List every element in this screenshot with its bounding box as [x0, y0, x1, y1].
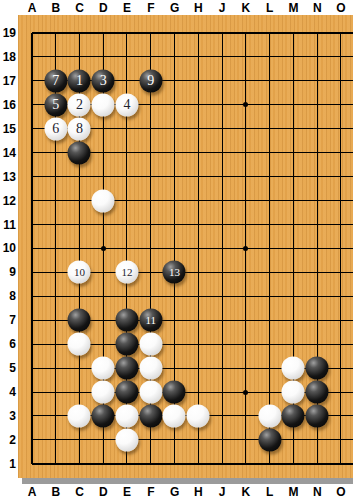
intersection-O8: [329, 284, 353, 308]
intersection-M2: [281, 428, 305, 452]
intersection-D9: [91, 260, 115, 284]
intersection-H14: [186, 141, 210, 165]
column-label-top-O: O: [336, 1, 345, 15]
intersection-J2: [210, 428, 234, 452]
intersection-K2: [234, 428, 258, 452]
intersection-H7: [186, 308, 210, 332]
intersection-B5: [44, 356, 68, 380]
black-stone-D3: [92, 404, 115, 427]
intersection-D2: [91, 428, 115, 452]
intersection-M17: [281, 69, 305, 93]
white-stone-E16: 4: [115, 93, 138, 116]
star-point-K16: [243, 102, 248, 107]
intersection-H13: [186, 165, 210, 189]
intersection-J8: [210, 284, 234, 308]
row-label-18: 18: [0, 50, 16, 64]
black-stone-G4: [163, 381, 186, 404]
row-label-14: 14: [0, 146, 16, 160]
intersection-L15: [258, 117, 282, 141]
intersection-J4: [210, 380, 234, 404]
intersection-C17: 1: [68, 69, 92, 93]
intersection-N3: [305, 404, 329, 428]
intersection-C12: [68, 189, 92, 213]
intersection-D7: [91, 308, 115, 332]
row-label-7: 7: [0, 313, 16, 327]
white-stone-E2: [115, 428, 138, 451]
intersection-F14: [139, 141, 163, 165]
intersection-F13: [139, 165, 163, 189]
column-label-bottom-E: E: [123, 485, 131, 499]
intersection-L16: [258, 93, 282, 117]
black-stone-C7: [68, 309, 91, 332]
intersection-J12: [210, 189, 234, 213]
intersection-L1: [258, 452, 282, 476]
intersection-B15: 6: [44, 117, 68, 141]
row-label-5: 5: [0, 361, 16, 375]
intersection-H5: [186, 356, 210, 380]
intersection-C18: [68, 45, 92, 69]
intersection-N16: [305, 93, 329, 117]
intersection-D10: [91, 236, 115, 260]
intersection-D3: [91, 404, 115, 428]
intersection-J16: [210, 93, 234, 117]
column-label-top-L: L: [266, 1, 273, 15]
intersection-E18: [115, 45, 139, 69]
intersection-H1: [186, 452, 210, 476]
column-label-bottom-L: L: [266, 485, 273, 499]
intersection-L13: [258, 165, 282, 189]
intersection-C16: 2: [68, 93, 92, 117]
intersection-J15: [210, 117, 234, 141]
black-stone-E4: [115, 381, 138, 404]
intersection-O10: [329, 236, 353, 260]
row-label-17: 17: [0, 74, 16, 88]
column-label-top-N: N: [313, 1, 322, 15]
intersection-G10: [163, 236, 187, 260]
intersection-N14: [305, 141, 329, 165]
board-drop-shadow: [22, 478, 353, 484]
black-stone-F7: 11: [139, 309, 162, 332]
intersection-O9: [329, 260, 353, 284]
intersection-M10: [281, 236, 305, 260]
row-label-1: 1: [0, 457, 16, 471]
column-label-top-B: B: [51, 1, 60, 15]
intersection-E5: [115, 356, 139, 380]
column-label-top-A: A: [28, 1, 37, 15]
intersection-A2: [20, 428, 44, 452]
intersection-K16: [234, 93, 258, 117]
intersection-A10: [20, 236, 44, 260]
intersection-A17: [20, 69, 44, 93]
black-stone-C17: 1: [68, 69, 91, 92]
intersection-M19: [281, 21, 305, 45]
intersection-B7: [44, 308, 68, 332]
black-stone-L2: [258, 428, 281, 451]
intersection-E2: [115, 428, 139, 452]
intersection-F4: [139, 380, 163, 404]
intersection-H17: [186, 69, 210, 93]
intersection-J19: [210, 21, 234, 45]
board-grid: 71395246810121311: [20, 21, 353, 476]
intersection-G2: [163, 428, 187, 452]
column-label-bottom-B: B: [51, 485, 60, 499]
intersection-K10: [234, 236, 258, 260]
intersection-L7: [258, 308, 282, 332]
intersection-A18: [20, 45, 44, 69]
intersection-J9: [210, 260, 234, 284]
intersection-H2: [186, 428, 210, 452]
intersection-L6: [258, 332, 282, 356]
intersection-E12: [115, 189, 139, 213]
intersection-K13: [234, 165, 258, 189]
intersection-E14: [115, 141, 139, 165]
intersection-D8: [91, 284, 115, 308]
intersection-C5: [68, 356, 92, 380]
intersection-E15: [115, 117, 139, 141]
intersection-G18: [163, 45, 187, 69]
intersection-H19: [186, 21, 210, 45]
column-label-top-M: M: [288, 1, 298, 15]
column-label-bottom-C: C: [75, 485, 84, 499]
intersection-H12: [186, 189, 210, 213]
intersection-J1: [210, 452, 234, 476]
row-label-12: 12: [0, 194, 16, 208]
intersection-K12: [234, 189, 258, 213]
intersection-G8: [163, 284, 187, 308]
black-stone-F17: 9: [139, 69, 162, 92]
intersection-F5: [139, 356, 163, 380]
star-point-D10: [101, 246, 106, 251]
intersection-A6: [20, 332, 44, 356]
intersection-C15: 8: [68, 117, 92, 141]
intersection-F7: 11: [139, 308, 163, 332]
star-point-K4: [243, 390, 248, 395]
black-stone-D17: 3: [92, 69, 115, 92]
black-stone-B16: 5: [44, 93, 67, 116]
intersection-M11: [281, 213, 305, 237]
intersection-C11: [68, 213, 92, 237]
intersection-L17: [258, 69, 282, 93]
intersection-L12: [258, 189, 282, 213]
intersection-C2: [68, 428, 92, 452]
intersection-K6: [234, 332, 258, 356]
intersection-C4: [68, 380, 92, 404]
row-label-11: 11: [0, 218, 16, 232]
intersection-F2: [139, 428, 163, 452]
intersection-L3: [258, 404, 282, 428]
intersection-M14: [281, 141, 305, 165]
intersection-B10: [44, 236, 68, 260]
intersection-A16: [20, 93, 44, 117]
intersection-M15: [281, 117, 305, 141]
black-stone-E6: [115, 333, 138, 356]
intersection-L19: [258, 21, 282, 45]
intersection-F1: [139, 452, 163, 476]
white-stone-C16: 2: [68, 93, 91, 116]
black-stone-M3: [282, 404, 305, 427]
intersection-N13: [305, 165, 329, 189]
white-stone-F4: [139, 381, 162, 404]
intersection-H8: [186, 284, 210, 308]
intersection-L11: [258, 213, 282, 237]
intersection-L10: [258, 236, 282, 260]
intersection-B6: [44, 332, 68, 356]
column-label-bottom-H: H: [194, 485, 203, 499]
intersection-F15: [139, 117, 163, 141]
intersection-B19: [44, 21, 68, 45]
go-board: 71395246810121311: [18, 15, 353, 478]
intersection-J11: [210, 213, 234, 237]
intersection-F16: [139, 93, 163, 117]
intersection-N12: [305, 189, 329, 213]
intersection-F12: [139, 189, 163, 213]
intersection-K15: [234, 117, 258, 141]
intersection-F9: [139, 260, 163, 284]
white-stone-C9: 10: [68, 261, 91, 284]
row-label-2: 2: [0, 433, 16, 447]
intersection-L4: [258, 380, 282, 404]
intersection-D6: [91, 332, 115, 356]
intersection-K9: [234, 260, 258, 284]
white-stone-D4: [92, 381, 115, 404]
row-label-3: 3: [0, 409, 16, 423]
intersection-N7: [305, 308, 329, 332]
intersection-D19: [91, 21, 115, 45]
intersection-O12: [329, 189, 353, 213]
intersection-N19: [305, 21, 329, 45]
intersection-B8: [44, 284, 68, 308]
black-stone-F3: [139, 404, 162, 427]
intersection-M5: [281, 356, 305, 380]
black-stone-C14: [68, 141, 91, 164]
intersection-B12: [44, 189, 68, 213]
intersection-D18: [91, 45, 115, 69]
row-label-19: 19: [0, 26, 16, 40]
intersection-E9: 12: [115, 260, 139, 284]
white-stone-D12: [92, 189, 115, 212]
intersection-N15: [305, 117, 329, 141]
intersection-C8: [68, 284, 92, 308]
intersection-B2: [44, 428, 68, 452]
intersection-L8: [258, 284, 282, 308]
white-stone-E9: 12: [115, 261, 138, 284]
intersection-A11: [20, 213, 44, 237]
intersection-G16: [163, 93, 187, 117]
column-label-bottom-A: A: [28, 485, 37, 499]
intersection-D12: [91, 189, 115, 213]
white-stone-F5: [139, 357, 162, 380]
intersection-H3: [186, 404, 210, 428]
intersection-N2: [305, 428, 329, 452]
intersection-O11: [329, 213, 353, 237]
intersection-E6: [115, 332, 139, 356]
column-label-top-C: C: [75, 1, 84, 15]
intersection-E13: [115, 165, 139, 189]
intersection-D17: 3: [91, 69, 115, 93]
intersection-K7: [234, 308, 258, 332]
intersection-F17: 9: [139, 69, 163, 93]
intersection-B1: [44, 452, 68, 476]
intersection-B3: [44, 404, 68, 428]
black-stone-E7: [115, 309, 138, 332]
intersection-N10: [305, 236, 329, 260]
intersection-M1: [281, 452, 305, 476]
intersection-M4: [281, 380, 305, 404]
column-label-top-D: D: [99, 1, 108, 15]
intersection-F3: [139, 404, 163, 428]
intersection-D15: [91, 117, 115, 141]
white-stone-B15: 6: [44, 117, 67, 140]
intersection-A13: [20, 165, 44, 189]
intersection-C1: [68, 452, 92, 476]
row-label-16: 16: [0, 98, 16, 112]
intersection-E10: [115, 236, 139, 260]
intersection-H16: [186, 93, 210, 117]
intersection-O1: [329, 452, 353, 476]
intersection-J18: [210, 45, 234, 69]
intersection-H18: [186, 45, 210, 69]
intersection-O17: [329, 69, 353, 93]
intersection-G19: [163, 21, 187, 45]
intersection-J3: [210, 404, 234, 428]
intersection-C13: [68, 165, 92, 189]
intersection-K18: [234, 45, 258, 69]
black-stone-B17: 7: [44, 69, 67, 92]
intersection-D13: [91, 165, 115, 189]
intersection-L9: [258, 260, 282, 284]
white-stone-M4: [282, 381, 305, 404]
intersection-L14: [258, 141, 282, 165]
white-stone-D5: [92, 357, 115, 380]
intersection-O13: [329, 165, 353, 189]
column-label-top-J: J: [219, 1, 226, 15]
intersection-G14: [163, 141, 187, 165]
intersection-M8: [281, 284, 305, 308]
intersection-M18: [281, 45, 305, 69]
white-stone-H3: [187, 404, 210, 427]
intersection-F18: [139, 45, 163, 69]
intersection-C6: [68, 332, 92, 356]
intersection-A19: [20, 21, 44, 45]
intersection-N11: [305, 213, 329, 237]
intersection-O4: [329, 380, 353, 404]
column-label-bottom-N: N: [313, 485, 322, 499]
intersection-D4: [91, 380, 115, 404]
intersection-F8: [139, 284, 163, 308]
white-stone-C6: [68, 333, 91, 356]
intersection-L2: [258, 428, 282, 452]
intersection-F10: [139, 236, 163, 260]
column-label-bottom-G: G: [170, 485, 179, 499]
intersection-E8: [115, 284, 139, 308]
intersection-A1: [20, 452, 44, 476]
black-stone-G9: 13: [163, 261, 186, 284]
black-stone-E5: [115, 357, 138, 380]
white-stone-F6: [139, 333, 162, 356]
intersection-H4: [186, 380, 210, 404]
column-label-bottom-F: F: [147, 485, 154, 499]
intersection-K4: [234, 380, 258, 404]
intersection-B13: [44, 165, 68, 189]
intersection-K8: [234, 284, 258, 308]
intersection-O18: [329, 45, 353, 69]
intersection-G11: [163, 213, 187, 237]
intersection-E4: [115, 380, 139, 404]
intersection-G17: [163, 69, 187, 93]
intersection-C3: [68, 404, 92, 428]
intersection-O2: [329, 428, 353, 452]
intersection-A4: [20, 380, 44, 404]
white-stone-M5: [282, 357, 305, 380]
intersection-M13: [281, 165, 305, 189]
intersection-O19: [329, 21, 353, 45]
black-stone-N3: [306, 404, 329, 427]
intersection-O14: [329, 141, 353, 165]
row-label-9: 9: [0, 265, 16, 279]
intersection-E16: 4: [115, 93, 139, 117]
intersection-J10: [210, 236, 234, 260]
white-stone-G3: [163, 404, 186, 427]
row-label-8: 8: [0, 289, 16, 303]
intersection-E17: [115, 69, 139, 93]
intersection-O3: [329, 404, 353, 428]
column-label-top-F: F: [147, 1, 154, 15]
intersection-J6: [210, 332, 234, 356]
star-point-K10: [243, 246, 248, 251]
intersection-O16: [329, 93, 353, 117]
intersection-C10: [68, 236, 92, 260]
intersection-N4: [305, 380, 329, 404]
intersection-N17: [305, 69, 329, 93]
intersection-E3: [115, 404, 139, 428]
column-label-top-K: K: [242, 1, 251, 15]
white-stone-C3: [68, 404, 91, 427]
intersection-N9: [305, 260, 329, 284]
intersection-K3: [234, 404, 258, 428]
intersection-J7: [210, 308, 234, 332]
row-label-15: 15: [0, 122, 16, 136]
intersection-M12: [281, 189, 305, 213]
intersection-K14: [234, 141, 258, 165]
intersection-M16: [281, 93, 305, 117]
intersection-K1: [234, 452, 258, 476]
intersection-G13: [163, 165, 187, 189]
column-label-top-H: H: [194, 1, 203, 15]
intersection-A14: [20, 141, 44, 165]
intersection-G9: 13: [163, 260, 187, 284]
intersection-H11: [186, 213, 210, 237]
intersection-C7: [68, 308, 92, 332]
white-stone-E3: [115, 404, 138, 427]
row-label-10: 10: [0, 241, 16, 255]
white-stone-C15: 8: [68, 117, 91, 140]
intersection-F19: [139, 21, 163, 45]
intersection-C19: [68, 21, 92, 45]
intersection-A12: [20, 189, 44, 213]
intersection-L18: [258, 45, 282, 69]
column-label-top-E: E: [123, 1, 131, 15]
intersection-A7: [20, 308, 44, 332]
column-label-top-G: G: [170, 1, 179, 15]
intersection-O7: [329, 308, 353, 332]
intersection-H15: [186, 117, 210, 141]
intersection-B16: 5: [44, 93, 68, 117]
intersection-G5: [163, 356, 187, 380]
intersection-H10: [186, 236, 210, 260]
intersection-J14: [210, 141, 234, 165]
intersection-J5: [210, 356, 234, 380]
intersection-M9: [281, 260, 305, 284]
